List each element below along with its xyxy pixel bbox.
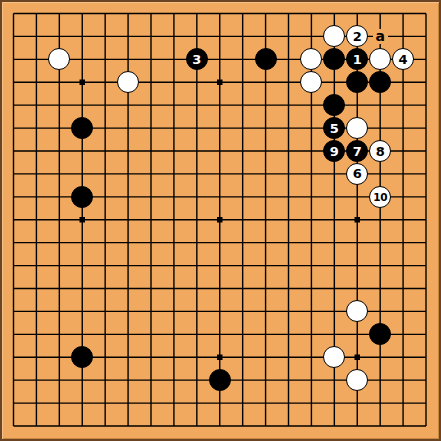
move-number: 4 <box>399 52 408 65</box>
star-point <box>217 355 223 361</box>
star-point <box>80 80 86 86</box>
go-board[interactable]: 23145978610a <box>0 0 441 441</box>
point-label-a: a <box>373 29 388 44</box>
black-stone <box>71 186 93 208</box>
move-number: 6 <box>353 167 362 180</box>
move-number: 9 <box>330 144 339 157</box>
star-point <box>355 355 361 361</box>
star-point <box>355 217 361 223</box>
black-stone: 3 <box>186 48 208 70</box>
star-point <box>80 217 86 223</box>
move-number: 3 <box>192 52 201 65</box>
move-number: 2 <box>353 29 362 42</box>
move-number: 8 <box>376 144 385 157</box>
white-stone: 6 <box>346 163 368 185</box>
white-stone: 10 <box>369 186 391 208</box>
star-point <box>217 80 223 86</box>
move-number: 1 <box>353 52 362 65</box>
black-stone <box>209 369 231 391</box>
white-stone: 8 <box>369 140 391 162</box>
move-number: 7 <box>353 144 362 157</box>
go-diagram: 23145978610a <box>0 0 441 441</box>
black-stone <box>255 48 277 70</box>
star-point <box>217 217 223 223</box>
move-number: 10 <box>373 191 387 202</box>
move-number: 5 <box>330 121 339 134</box>
